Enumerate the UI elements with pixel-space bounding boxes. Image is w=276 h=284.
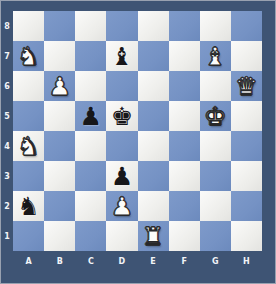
white-knight[interactable]: ♞ bbox=[13, 131, 44, 161]
square-h3[interactable] bbox=[231, 161, 262, 191]
square-h5[interactable] bbox=[231, 101, 262, 131]
square-c3[interactable] bbox=[75, 161, 106, 191]
square-e2[interactable] bbox=[138, 191, 169, 221]
square-f2[interactable] bbox=[169, 191, 200, 221]
square-d8[interactable] bbox=[106, 11, 137, 41]
square-c6[interactable] bbox=[75, 71, 106, 101]
square-a6[interactable] bbox=[13, 71, 44, 101]
square-d3[interactable]: ♟ bbox=[106, 161, 137, 191]
file-label-a: A bbox=[13, 254, 44, 269]
file-label-c: C bbox=[75, 254, 106, 269]
square-c7[interactable] bbox=[75, 41, 106, 71]
square-d7[interactable]: ♝ bbox=[106, 41, 137, 71]
rank-label-3: 3 bbox=[1, 161, 13, 191]
square-d2[interactable]: ♟ bbox=[106, 191, 137, 221]
black-knight[interactable]: ♞ bbox=[13, 191, 44, 221]
square-b5[interactable] bbox=[44, 101, 75, 131]
square-a8[interactable] bbox=[13, 11, 44, 41]
rank-label-6: 6 bbox=[1, 71, 13, 101]
chess-board: ♞♝♝♟♛♟♚♚♞♟♞♟♜ bbox=[13, 11, 262, 251]
square-g5[interactable]: ♚ bbox=[200, 101, 231, 131]
rank-label-4: 4 bbox=[1, 131, 13, 161]
square-e3[interactable] bbox=[138, 161, 169, 191]
square-g4[interactable] bbox=[200, 131, 231, 161]
square-a7[interactable]: ♞ bbox=[13, 41, 44, 71]
black-pawn[interactable]: ♟ bbox=[75, 101, 106, 131]
square-e6[interactable] bbox=[138, 71, 169, 101]
square-e5[interactable] bbox=[138, 101, 169, 131]
file-label-h: H bbox=[231, 254, 262, 269]
square-d5[interactable]: ♚ bbox=[106, 101, 137, 131]
square-f3[interactable] bbox=[169, 161, 200, 191]
square-g2[interactable] bbox=[200, 191, 231, 221]
rank-label-2: 2 bbox=[1, 191, 13, 221]
square-f7[interactable] bbox=[169, 41, 200, 71]
square-f4[interactable] bbox=[169, 131, 200, 161]
square-e4[interactable] bbox=[138, 131, 169, 161]
square-b8[interactable] bbox=[44, 11, 75, 41]
file-label-f: F bbox=[169, 254, 200, 269]
white-knight[interactable]: ♞ bbox=[13, 41, 44, 71]
square-b6[interactable]: ♟ bbox=[44, 71, 75, 101]
square-d1[interactable] bbox=[106, 221, 137, 251]
square-b4[interactable] bbox=[44, 131, 75, 161]
black-bishop[interactable]: ♝ bbox=[106, 41, 137, 71]
square-g7[interactable]: ♝ bbox=[200, 41, 231, 71]
square-e1[interactable]: ♜ bbox=[138, 221, 169, 251]
square-h4[interactable] bbox=[231, 131, 262, 161]
rank-label-8: 8 bbox=[1, 11, 13, 41]
square-a1[interactable] bbox=[13, 221, 44, 251]
square-e8[interactable] bbox=[138, 11, 169, 41]
square-c5[interactable]: ♟ bbox=[75, 101, 106, 131]
black-king[interactable]: ♚ bbox=[106, 101, 137, 131]
file-label-b: B bbox=[44, 254, 75, 269]
square-h6[interactable]: ♛ bbox=[231, 71, 262, 101]
rank-label-1: 1 bbox=[1, 221, 13, 251]
square-b2[interactable] bbox=[44, 191, 75, 221]
square-h7[interactable] bbox=[231, 41, 262, 71]
white-pawn[interactable]: ♟ bbox=[44, 71, 75, 101]
rank-labels: 87654321 bbox=[1, 11, 13, 251]
rank-label-7: 7 bbox=[1, 41, 13, 71]
square-g3[interactable] bbox=[200, 161, 231, 191]
square-a2[interactable]: ♞ bbox=[13, 191, 44, 221]
file-label-d: D bbox=[106, 254, 137, 269]
square-f1[interactable] bbox=[169, 221, 200, 251]
square-c2[interactable] bbox=[75, 191, 106, 221]
square-b3[interactable] bbox=[44, 161, 75, 191]
square-a3[interactable] bbox=[13, 161, 44, 191]
square-g8[interactable] bbox=[200, 11, 231, 41]
square-b1[interactable] bbox=[44, 221, 75, 251]
chess-board-frame: 87654321 ♞♝♝♟♛♟♚♚♞♟♞♟♜ ABCDEFGH bbox=[0, 0, 276, 284]
square-e7[interactable] bbox=[138, 41, 169, 71]
file-label-g: G bbox=[200, 254, 231, 269]
square-f5[interactable] bbox=[169, 101, 200, 131]
square-f8[interactable] bbox=[169, 11, 200, 41]
square-b7[interactable] bbox=[44, 41, 75, 71]
square-d6[interactable] bbox=[106, 71, 137, 101]
square-h1[interactable] bbox=[231, 221, 262, 251]
square-d4[interactable] bbox=[106, 131, 137, 161]
square-h8[interactable] bbox=[231, 11, 262, 41]
square-h2[interactable] bbox=[231, 191, 262, 221]
square-a5[interactable] bbox=[13, 101, 44, 131]
square-c4[interactable] bbox=[75, 131, 106, 161]
square-g1[interactable] bbox=[200, 221, 231, 251]
white-bishop[interactable]: ♝ bbox=[200, 41, 231, 71]
rank-label-5: 5 bbox=[1, 101, 13, 131]
file-labels: ABCDEFGH bbox=[13, 254, 262, 269]
white-rook[interactable]: ♜ bbox=[138, 221, 169, 251]
white-king[interactable]: ♚ bbox=[200, 101, 231, 131]
square-g6[interactable] bbox=[200, 71, 231, 101]
square-f6[interactable] bbox=[169, 71, 200, 101]
square-a4[interactable]: ♞ bbox=[13, 131, 44, 161]
square-c8[interactable] bbox=[75, 11, 106, 41]
file-label-e: E bbox=[138, 254, 169, 269]
square-c1[interactable] bbox=[75, 221, 106, 251]
black-pawn[interactable]: ♟ bbox=[106, 161, 137, 191]
white-queen[interactable]: ♛ bbox=[231, 71, 262, 101]
white-pawn[interactable]: ♟ bbox=[106, 191, 137, 221]
